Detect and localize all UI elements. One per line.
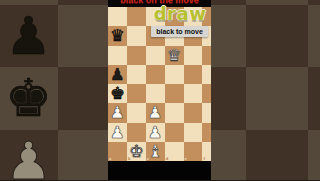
white-queen-piece: ♛ <box>165 46 184 65</box>
background-square <box>308 67 320 130</box>
square-a5: ♟ <box>108 65 127 84</box>
square-e4 <box>184 84 203 103</box>
turn-indicator: black to move <box>151 26 208 37</box>
square-a7: ♛ <box>108 26 127 45</box>
square-d3 <box>165 103 184 122</box>
square-c4 <box>146 84 165 103</box>
white-pawn-piece: ♟ <box>108 103 127 122</box>
square-e2 <box>184 123 203 142</box>
square-a2: ♟ <box>108 123 127 142</box>
background-square <box>246 67 309 130</box>
square-c6 <box>146 46 165 65</box>
square-b4 <box>127 84 146 103</box>
black-king-piece: ♚ <box>108 84 127 103</box>
square-e6 <box>184 46 203 65</box>
square-c2: ♟ <box>146 123 165 142</box>
white-pawn-piece: ♟ <box>146 103 165 122</box>
square-f1: f <box>202 142 211 161</box>
square-f6 <box>202 46 211 65</box>
square-b5 <box>127 65 146 84</box>
background-square <box>246 5 309 68</box>
square-d5 <box>165 65 184 84</box>
square-a4: ♚ <box>108 84 127 103</box>
answer-text: draw <box>144 3 216 24</box>
square-d6: ♛ <box>165 46 184 65</box>
square-f4 <box>202 84 211 103</box>
background-square <box>246 130 309 181</box>
square-e1: e <box>184 142 203 161</box>
black-pawn-background-piece: ♟ <box>0 5 60 67</box>
square-a3: ♟ <box>108 103 127 122</box>
black-pawn-piece: ♟ <box>108 65 127 84</box>
square-d4 <box>165 84 184 103</box>
white-pawn-piece: ♟ <box>108 123 127 142</box>
square-a1: a <box>108 142 127 161</box>
shorts-video[interactable]: black on the move ♛♛♟♚♟♟♟♟a♚b♝cdef draw … <box>108 0 211 180</box>
black-queen-piece: ♛ <box>108 26 127 45</box>
square-c1: ♝c <box>146 142 165 161</box>
square-c5 <box>146 65 165 84</box>
square-e3 <box>184 103 203 122</box>
square-f5 <box>202 65 211 84</box>
square-b3 <box>127 103 146 122</box>
square-d1: d <box>165 142 184 161</box>
black-king-background-piece: ♚ <box>0 67 60 129</box>
square-a6 <box>108 46 127 65</box>
square-b2 <box>127 123 146 142</box>
shorts-frame: ♟♚♟ black on the move ♛♛♟♚♟♟♟♟a♚b♝cdef d… <box>0 0 320 180</box>
square-f2 <box>202 123 211 142</box>
background-square <box>308 130 320 181</box>
square-a8 <box>108 7 127 26</box>
square-b7 <box>127 26 146 45</box>
background-square <box>308 5 320 68</box>
square-f3 <box>202 103 211 122</box>
square-e5 <box>184 65 203 84</box>
square-c3: ♟ <box>146 103 165 122</box>
square-b1: ♚b <box>127 142 146 161</box>
white-pawn-piece: ♟ <box>146 123 165 142</box>
white-pawn-background-piece: ♟ <box>0 130 60 180</box>
square-d2 <box>165 123 184 142</box>
bottom-letterbox <box>108 161 211 180</box>
square-b6 <box>127 46 146 65</box>
square-b8 <box>127 7 146 26</box>
